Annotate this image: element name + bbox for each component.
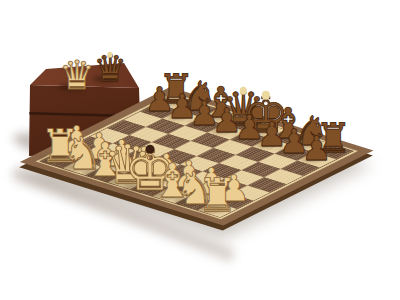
piece-black-pawn-h7: ♟: [302, 132, 332, 166]
chess-set-photo: ♛♛ ♜♞♟♝♟♛♟♚♟♝♟♞♟♜♟♟♟♟♜♟♞♟♝♟♛♟♚♟♝♟♞♜: [0, 0, 400, 300]
pieces-layer: ♜♞♟♝♟♛♟♚♟♝♟♞♟♜♟♟♟♟♜♟♞♟♝♟♛♟♚♟♝♟♞♜: [0, 0, 400, 300]
piece-white-rook-h1: ♜: [197, 173, 238, 218]
